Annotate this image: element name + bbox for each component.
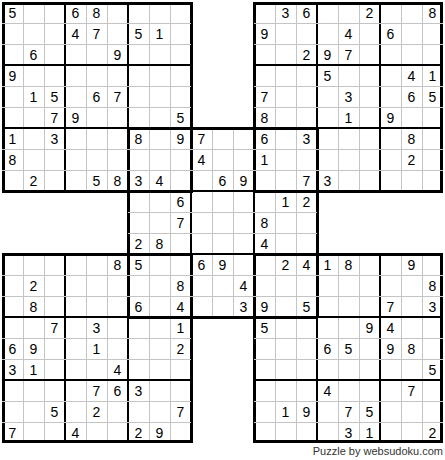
cell-r3c4[interactable] bbox=[65, 44, 86, 65]
cell-r15c16[interactable] bbox=[317, 296, 338, 317]
cell-r16c21[interactable] bbox=[422, 317, 443, 338]
cell-r21c19[interactable] bbox=[380, 422, 401, 443]
cell-r5c21: 5 bbox=[422, 86, 443, 107]
cell-r4c20: 4 bbox=[401, 65, 422, 86]
cell-r3c19[interactable] bbox=[380, 44, 401, 65]
cell-r19c8[interactable] bbox=[149, 380, 170, 401]
cell-r19c21[interactable] bbox=[422, 380, 443, 401]
cell-r20c19[interactable] bbox=[380, 401, 401, 422]
cell-r14c15[interactable] bbox=[296, 275, 317, 296]
cell-r18c17[interactable] bbox=[338, 359, 359, 380]
cell-r14c17[interactable] bbox=[338, 275, 359, 296]
cell-r18c18[interactable] bbox=[359, 359, 380, 380]
cell-r8c14[interactable] bbox=[275, 149, 296, 170]
cell-r2c20[interactable] bbox=[401, 23, 422, 44]
cell-r21c16[interactable] bbox=[317, 422, 338, 443]
cell-r8c21[interactable] bbox=[422, 149, 443, 170]
cell-r13c3[interactable] bbox=[44, 254, 65, 275]
cell-r6c20[interactable] bbox=[401, 107, 422, 128]
cell-r15c3[interactable] bbox=[44, 296, 65, 317]
cell-r11c11[interactable] bbox=[212, 212, 233, 233]
cell-r19c13[interactable] bbox=[254, 380, 275, 401]
cell-r18c8[interactable] bbox=[149, 359, 170, 380]
cell-r8c3[interactable] bbox=[44, 149, 65, 170]
cell-r6c18[interactable] bbox=[359, 107, 380, 128]
outside-cell bbox=[191, 317, 212, 338]
outside-cell bbox=[2, 191, 23, 212]
cell-r9c7: 3 bbox=[128, 170, 149, 191]
cell-r17c9: 2 bbox=[170, 338, 191, 359]
cell-r13c21[interactable] bbox=[422, 254, 443, 275]
cell-r15c14[interactable] bbox=[275, 296, 296, 317]
cell-r17c13[interactable] bbox=[254, 338, 275, 359]
cell-r11c14[interactable] bbox=[275, 212, 296, 233]
cell-r5c16[interactable] bbox=[317, 86, 338, 107]
cell-r8c6[interactable] bbox=[107, 149, 128, 170]
cell-r15c10[interactable] bbox=[191, 296, 212, 317]
cell-r7c8[interactable] bbox=[149, 128, 170, 149]
cell-r3c3[interactable] bbox=[44, 44, 65, 65]
cell-r9c9[interactable] bbox=[170, 170, 191, 191]
cell-r14c8[interactable] bbox=[149, 275, 170, 296]
cell-r5c9[interactable] bbox=[170, 86, 191, 107]
cell-r6c13: 8 bbox=[254, 107, 275, 128]
cell-r6c7[interactable] bbox=[128, 107, 149, 128]
cell-r5c14[interactable] bbox=[275, 86, 296, 107]
cell-r14c3[interactable] bbox=[44, 275, 65, 296]
cell-r14c13[interactable] bbox=[254, 275, 275, 296]
cell-r19c20: 7 bbox=[401, 380, 422, 401]
cell-r13c2[interactable] bbox=[23, 254, 44, 275]
cell-r21c2[interactable] bbox=[23, 422, 44, 443]
cell-r7c4[interactable] bbox=[65, 128, 86, 149]
cell-r3c14[interactable] bbox=[275, 44, 296, 65]
cell-r7c11[interactable] bbox=[212, 128, 233, 149]
cell-r20c21[interactable] bbox=[422, 401, 443, 422]
cell-r8c5[interactable] bbox=[86, 149, 107, 170]
cell-r8c20: 2 bbox=[401, 149, 422, 170]
cell-r3c9[interactable] bbox=[170, 44, 191, 65]
caption-puzzle-credit: Puzzle by websudoku.com bbox=[2, 445, 443, 457]
cell-r7c9: 9 bbox=[170, 128, 191, 149]
cell-r21c13[interactable] bbox=[254, 422, 275, 443]
cell-r2c8: 1 bbox=[149, 23, 170, 44]
cell-r5c13: 7 bbox=[254, 86, 275, 107]
cell-r18c16[interactable] bbox=[317, 359, 338, 380]
cell-r18c4[interactable] bbox=[65, 359, 86, 380]
cell-r2c13: 9 bbox=[254, 23, 275, 44]
cell-r18c3[interactable] bbox=[44, 359, 65, 380]
cell-r7c17[interactable] bbox=[338, 128, 359, 149]
cell-r1c6[interactable] bbox=[107, 2, 128, 23]
cell-r15c5[interactable] bbox=[86, 296, 107, 317]
cell-r8c18[interactable] bbox=[359, 149, 380, 170]
cell-r1c13[interactable] bbox=[254, 2, 275, 23]
cell-r1c2[interactable] bbox=[23, 2, 44, 23]
cell-r16c9: 1 bbox=[170, 317, 191, 338]
cell-r14c4[interactable] bbox=[65, 275, 86, 296]
cell-r14c14[interactable] bbox=[275, 275, 296, 296]
cell-r13c5[interactable] bbox=[86, 254, 107, 275]
cell-r14c6[interactable] bbox=[107, 275, 128, 296]
cell-r17c14[interactable] bbox=[275, 338, 296, 359]
cell-r3c21[interactable] bbox=[422, 44, 443, 65]
cell-r16c2[interactable] bbox=[23, 317, 44, 338]
cell-r5c18[interactable] bbox=[359, 86, 380, 107]
cell-r7c1: 1 bbox=[2, 128, 23, 149]
cell-r4c1: 9 bbox=[2, 65, 23, 86]
cell-r16c13: 5 bbox=[254, 317, 275, 338]
cell-r15c6[interactable] bbox=[107, 296, 128, 317]
outside-cell bbox=[191, 23, 212, 44]
outside-cell bbox=[44, 212, 65, 233]
cell-r20c8[interactable] bbox=[149, 401, 170, 422]
cell-r4c6[interactable] bbox=[107, 65, 128, 86]
cell-r2c1[interactable] bbox=[2, 23, 23, 44]
cell-r9c3[interactable] bbox=[44, 170, 65, 191]
cell-r6c21[interactable] bbox=[422, 107, 443, 128]
cell-r7c5[interactable] bbox=[86, 128, 107, 149]
cell-r10c13[interactable] bbox=[254, 191, 275, 212]
cell-r20c20[interactable] bbox=[401, 401, 422, 422]
cell-r4c7[interactable] bbox=[128, 65, 149, 86]
cell-r10c11[interactable] bbox=[212, 191, 233, 212]
cell-r8c17[interactable] bbox=[338, 149, 359, 170]
cell-r5c5: 6 bbox=[86, 86, 107, 107]
cell-r1c9[interactable] bbox=[170, 2, 191, 23]
cell-r17c4[interactable] bbox=[65, 338, 86, 359]
cell-r14c2: 2 bbox=[23, 275, 44, 296]
cell-r21c6[interactable] bbox=[107, 422, 128, 443]
cell-r11c8[interactable] bbox=[149, 212, 170, 233]
cell-r21c18: 1 bbox=[359, 422, 380, 443]
cell-r7c7: 8 bbox=[128, 128, 149, 149]
cell-r13c9[interactable] bbox=[170, 254, 191, 275]
cell-r1c7[interactable] bbox=[128, 2, 149, 23]
cell-r1c3[interactable] bbox=[44, 2, 65, 23]
cell-r18c7[interactable] bbox=[128, 359, 149, 380]
outside-cell bbox=[212, 86, 233, 107]
cell-r20c1[interactable] bbox=[2, 401, 23, 422]
cell-r3c17: 7 bbox=[338, 44, 359, 65]
cell-r16c16[interactable] bbox=[317, 317, 338, 338]
cell-r16c7[interactable] bbox=[128, 317, 149, 338]
cell-r5c15[interactable] bbox=[296, 86, 317, 107]
cell-r8c9[interactable] bbox=[170, 149, 191, 170]
cell-r2c2[interactable] bbox=[23, 23, 44, 44]
cell-r4c2[interactable] bbox=[23, 65, 44, 86]
cell-r17c15[interactable] bbox=[296, 338, 317, 359]
cell-r18c20[interactable] bbox=[401, 359, 422, 380]
cell-r1c18: 2 bbox=[359, 2, 380, 23]
cell-r19c3[interactable] bbox=[44, 380, 65, 401]
cell-r15c2: 8 bbox=[23, 296, 44, 317]
cell-r4c18[interactable] bbox=[359, 65, 380, 86]
cell-r8c19[interactable] bbox=[380, 149, 401, 170]
cell-r19c15[interactable] bbox=[296, 380, 317, 401]
cell-r2c9[interactable] bbox=[170, 23, 191, 44]
cell-r4c17[interactable] bbox=[338, 65, 359, 86]
cell-r8c16[interactable] bbox=[317, 149, 338, 170]
cell-r6c5[interactable] bbox=[86, 107, 107, 128]
cell-r14c19[interactable] bbox=[380, 275, 401, 296]
cell-r9c18[interactable] bbox=[359, 170, 380, 191]
cell-r19c2[interactable] bbox=[23, 380, 44, 401]
cell-r4c4[interactable] bbox=[65, 65, 86, 86]
cell-r8c7[interactable] bbox=[128, 149, 149, 170]
cell-r13c13[interactable] bbox=[254, 254, 275, 275]
cell-r4c3[interactable] bbox=[44, 65, 65, 86]
cell-r5c4[interactable] bbox=[65, 86, 86, 107]
outside-cell bbox=[191, 338, 212, 359]
cell-r4c9[interactable] bbox=[170, 65, 191, 86]
cell-r14c5[interactable] bbox=[86, 275, 107, 296]
cell-r16c8[interactable] bbox=[149, 317, 170, 338]
cell-r4c5[interactable] bbox=[86, 65, 107, 86]
cell-r16c6[interactable] bbox=[107, 317, 128, 338]
cell-r18c5[interactable] bbox=[86, 359, 107, 380]
cell-r7c12[interactable] bbox=[233, 128, 254, 149]
cell-r18c9[interactable] bbox=[170, 359, 191, 380]
cell-r17c6[interactable] bbox=[107, 338, 128, 359]
outside-cell bbox=[191, 401, 212, 422]
cell-r1c19[interactable] bbox=[380, 2, 401, 23]
cell-r4c15[interactable] bbox=[296, 65, 317, 86]
cell-r15c4[interactable] bbox=[65, 296, 86, 317]
cell-r18c19[interactable] bbox=[380, 359, 401, 380]
cell-r17c18[interactable] bbox=[359, 338, 380, 359]
cell-r20c3: 5 bbox=[44, 401, 65, 422]
cell-r18c13[interactable] bbox=[254, 359, 275, 380]
cell-r19c9[interactable] bbox=[170, 380, 191, 401]
cell-r18c14[interactable] bbox=[275, 359, 296, 380]
cell-r16c15[interactable] bbox=[296, 317, 317, 338]
cell-r13c8[interactable] bbox=[149, 254, 170, 275]
cell-r21c9[interactable] bbox=[170, 422, 191, 443]
cell-r12c10[interactable] bbox=[191, 233, 212, 254]
cell-r7c15: 3 bbox=[296, 128, 317, 149]
cell-r19c19[interactable] bbox=[380, 380, 401, 401]
cell-r17c21[interactable] bbox=[422, 338, 443, 359]
cell-r12c12[interactable] bbox=[233, 233, 254, 254]
cell-r14c1[interactable] bbox=[2, 275, 23, 296]
cell-r20c4[interactable] bbox=[65, 401, 86, 422]
cell-r11c12[interactable] bbox=[233, 212, 254, 233]
outside-cell bbox=[359, 212, 380, 233]
cell-r14c10[interactable] bbox=[191, 275, 212, 296]
cell-r3c18[interactable] bbox=[359, 44, 380, 65]
cell-r15c11[interactable] bbox=[212, 296, 233, 317]
outside-cell bbox=[212, 107, 233, 128]
cell-r8c4[interactable] bbox=[65, 149, 86, 170]
cell-r19c18[interactable] bbox=[359, 380, 380, 401]
cell-r2c21[interactable] bbox=[422, 23, 443, 44]
cell-r14c18[interactable] bbox=[359, 275, 380, 296]
cell-r2c15[interactable] bbox=[296, 23, 317, 44]
cell-r15c17[interactable] bbox=[338, 296, 359, 317]
cell-r16c4[interactable] bbox=[65, 317, 86, 338]
cell-r12c15[interactable] bbox=[296, 233, 317, 254]
outside-cell bbox=[233, 401, 254, 422]
cell-r8c12[interactable] bbox=[233, 149, 254, 170]
cell-r3c8[interactable] bbox=[149, 44, 170, 65]
cell-r4c19[interactable] bbox=[380, 65, 401, 86]
cell-r7c6[interactable] bbox=[107, 128, 128, 149]
cell-r9c1[interactable] bbox=[2, 170, 23, 191]
outside-cell bbox=[233, 44, 254, 65]
cell-r6c16[interactable] bbox=[317, 107, 338, 128]
cell-r19c17[interactable] bbox=[338, 380, 359, 401]
cell-r21c14[interactable] bbox=[275, 422, 296, 443]
cell-r17c8[interactable] bbox=[149, 338, 170, 359]
cell-r1c16[interactable] bbox=[317, 2, 338, 23]
cell-r7c14[interactable] bbox=[275, 128, 296, 149]
cell-r12c14[interactable] bbox=[275, 233, 296, 254]
cell-r1c17[interactable] bbox=[338, 2, 359, 23]
cell-r14c11[interactable] bbox=[212, 275, 233, 296]
cell-r19c16: 4 bbox=[317, 380, 338, 401]
cell-r13c4[interactable] bbox=[65, 254, 86, 275]
cell-r20c6[interactable] bbox=[107, 401, 128, 422]
outside-cell bbox=[317, 191, 338, 212]
cell-r12c9[interactable] bbox=[170, 233, 191, 254]
outside-cell bbox=[422, 233, 443, 254]
cell-r20c9: 7 bbox=[170, 401, 191, 422]
cell-r7c19[interactable] bbox=[380, 128, 401, 149]
cell-r13c1[interactable] bbox=[2, 254, 23, 275]
cell-r4c14[interactable] bbox=[275, 65, 296, 86]
cell-r6c2[interactable] bbox=[23, 107, 44, 128]
cell-r15c8[interactable] bbox=[149, 296, 170, 317]
outside-cell bbox=[359, 191, 380, 212]
cell-r11c7[interactable] bbox=[128, 212, 149, 233]
cell-r2c6[interactable] bbox=[107, 23, 128, 44]
cell-r7c2[interactable] bbox=[23, 128, 44, 149]
cell-r2c14[interactable] bbox=[275, 23, 296, 44]
cell-r4c8[interactable] bbox=[149, 65, 170, 86]
cell-r14c20[interactable] bbox=[401, 275, 422, 296]
cell-r5c19[interactable] bbox=[380, 86, 401, 107]
cell-r5c7[interactable] bbox=[128, 86, 149, 107]
cell-r11c15[interactable] bbox=[296, 212, 317, 233]
cell-r21c15[interactable] bbox=[296, 422, 317, 443]
cell-r6c6[interactable] bbox=[107, 107, 128, 128]
cell-r9c17[interactable] bbox=[338, 170, 359, 191]
cell-r13c18[interactable] bbox=[359, 254, 380, 275]
outside-cell bbox=[422, 191, 443, 212]
cell-r5c20: 6 bbox=[401, 86, 422, 107]
cell-r9c21[interactable] bbox=[422, 170, 443, 191]
cell-r19c4[interactable] bbox=[65, 380, 86, 401]
cell-r18c15[interactable] bbox=[296, 359, 317, 380]
cell-r5c6: 7 bbox=[107, 86, 128, 107]
cell-r11c10[interactable] bbox=[191, 212, 212, 233]
cell-r8c8[interactable] bbox=[149, 149, 170, 170]
cell-r10c8[interactable] bbox=[149, 191, 170, 212]
cell-r16c19: 4 bbox=[380, 317, 401, 338]
cell-r1c15: 6 bbox=[296, 2, 317, 23]
cell-r15c1[interactable] bbox=[2, 296, 23, 317]
cell-r20c7[interactable] bbox=[128, 401, 149, 422]
cell-r6c15[interactable] bbox=[296, 107, 317, 128]
cell-r20c2[interactable] bbox=[23, 401, 44, 422]
samurai-sudoku-board: 5683628475194669297954115677365795819138… bbox=[2, 2, 443, 443]
cell-r15c20[interactable] bbox=[401, 296, 422, 317]
cell-r3c1[interactable] bbox=[2, 44, 23, 65]
cell-r2c16[interactable] bbox=[317, 23, 338, 44]
outside-cell bbox=[380, 233, 401, 254]
cell-r5c8[interactable] bbox=[149, 86, 170, 107]
cell-r6c8[interactable] bbox=[149, 107, 170, 128]
cell-r7c16[interactable] bbox=[317, 128, 338, 149]
cell-r9c4[interactable] bbox=[65, 170, 86, 191]
cell-r1c8[interactable] bbox=[149, 2, 170, 23]
cell-r21c20[interactable] bbox=[401, 422, 422, 443]
cell-r3c13[interactable] bbox=[254, 44, 275, 65]
cell-r10c7[interactable] bbox=[128, 191, 149, 212]
cell-r16c1[interactable] bbox=[2, 317, 23, 338]
cell-r13c12[interactable] bbox=[233, 254, 254, 275]
cell-r16c17[interactable] bbox=[338, 317, 359, 338]
cell-r18c6: 4 bbox=[107, 359, 128, 380]
cell-r9c20[interactable] bbox=[401, 170, 422, 191]
cell-r9c5: 5 bbox=[86, 170, 107, 191]
cell-r8c11[interactable] bbox=[212, 149, 233, 170]
cell-r8c15[interactable] bbox=[296, 149, 317, 170]
outside-cell bbox=[233, 380, 254, 401]
cell-r10c10[interactable] bbox=[191, 191, 212, 212]
cell-r21c3[interactable] bbox=[44, 422, 65, 443]
cell-r13c19[interactable] bbox=[380, 254, 401, 275]
cell-r9c10[interactable] bbox=[191, 170, 212, 191]
cell-r17c5: 1 bbox=[86, 338, 107, 359]
cell-r3c7[interactable] bbox=[128, 44, 149, 65]
cell-r2c18[interactable] bbox=[359, 23, 380, 44]
cell-r20c16[interactable] bbox=[317, 401, 338, 422]
cell-r19c14[interactable] bbox=[275, 380, 296, 401]
cell-r12c11[interactable] bbox=[212, 233, 233, 254]
cell-r12c13: 4 bbox=[254, 233, 275, 254]
cell-r7c3: 3 bbox=[44, 128, 65, 149]
cell-r1c20[interactable] bbox=[401, 2, 422, 23]
cell-r6c14[interactable] bbox=[275, 107, 296, 128]
cell-r16c20[interactable] bbox=[401, 317, 422, 338]
cell-r9c14[interactable] bbox=[275, 170, 296, 191]
cell-r4c13[interactable] bbox=[254, 65, 275, 86]
cell-r6c1[interactable] bbox=[2, 107, 23, 128]
cell-r17c7[interactable] bbox=[128, 338, 149, 359]
cell-r7c21[interactable] bbox=[422, 128, 443, 149]
cell-r10c12[interactable] bbox=[233, 191, 254, 212]
cell-r21c5[interactable] bbox=[86, 422, 107, 443]
cell-r8c2[interactable] bbox=[23, 149, 44, 170]
cell-r17c3[interactable] bbox=[44, 338, 65, 359]
cell-r15c18[interactable] bbox=[359, 296, 380, 317]
cell-r9c19[interactable] bbox=[380, 170, 401, 191]
cell-r14c16[interactable] bbox=[317, 275, 338, 296]
cell-r15c13: 9 bbox=[254, 296, 275, 317]
cell-r2c3[interactable] bbox=[44, 23, 65, 44]
cell-r7c18[interactable] bbox=[359, 128, 380, 149]
cell-r14c7[interactable] bbox=[128, 275, 149, 296]
cell-r3c20[interactable] bbox=[401, 44, 422, 65]
cell-r16c14[interactable] bbox=[275, 317, 296, 338]
cell-r19c1[interactable] bbox=[2, 380, 23, 401]
cell-r3c5[interactable] bbox=[86, 44, 107, 65]
cell-r5c1[interactable] bbox=[2, 86, 23, 107]
cell-r9c13[interactable] bbox=[254, 170, 275, 191]
cell-r20c13[interactable] bbox=[254, 401, 275, 422]
